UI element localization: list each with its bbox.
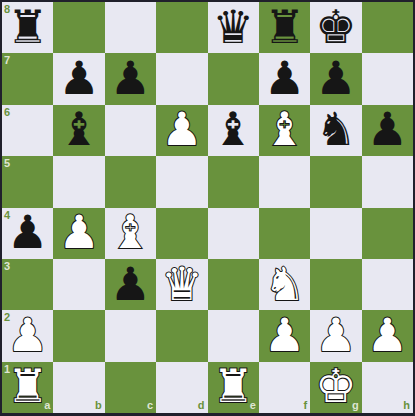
black-pawn-h6[interactable]: ♟ — [367, 106, 408, 152]
white-king-g1[interactable]: ♚ — [315, 363, 356, 409]
square-e8[interactable]: ♛ — [208, 2, 259, 53]
chess-board: 8♜♛♜♚7♟♟♟♟6♝♟♝♝♞♟54♟♟♝3♟♛♞2♟♟♟♟1a♜bcde♜f… — [2, 2, 413, 413]
square-h8[interactable] — [362, 2, 413, 53]
black-bishop-e6[interactable]: ♝ — [213, 106, 254, 152]
square-d4[interactable] — [156, 208, 207, 259]
square-h7[interactable] — [362, 53, 413, 104]
white-pawn-d6[interactable]: ♟ — [161, 106, 202, 152]
square-e3[interactable] — [208, 259, 259, 310]
square-h1[interactable]: h — [362, 362, 413, 413]
square-g4[interactable] — [310, 208, 361, 259]
square-b8[interactable] — [53, 2, 104, 53]
square-a8[interactable]: 8♜ — [2, 2, 53, 53]
file-label-b: b — [95, 400, 102, 411]
black-pawn-c7[interactable]: ♟ — [110, 55, 151, 101]
square-h6[interactable]: ♟ — [362, 105, 413, 156]
rank-label-6: 6 — [4, 107, 10, 118]
chess-board-frame: 8♜♛♜♚7♟♟♟♟6♝♟♝♝♞♟54♟♟♝3♟♛♞2♟♟♟♟1a♜bcde♜f… — [0, 0, 415, 416]
square-a1[interactable]: 1a♜ — [2, 362, 53, 413]
white-bishop-c4[interactable]: ♝ — [110, 209, 151, 255]
square-f1[interactable]: f — [259, 362, 310, 413]
square-e4[interactable] — [208, 208, 259, 259]
square-a2[interactable]: 2♟ — [2, 310, 53, 361]
square-b1[interactable]: b — [53, 362, 104, 413]
square-c7[interactable]: ♟ — [105, 53, 156, 104]
square-h5[interactable] — [362, 156, 413, 207]
square-d3[interactable]: ♛ — [156, 259, 207, 310]
square-d2[interactable] — [156, 310, 207, 361]
white-bishop-f6[interactable]: ♝ — [264, 106, 305, 152]
rank-label-3: 3 — [4, 261, 10, 272]
rank-label-7: 7 — [4, 55, 10, 66]
black-pawn-g7[interactable]: ♟ — [315, 55, 356, 101]
square-g3[interactable] — [310, 259, 361, 310]
square-c8[interactable] — [105, 2, 156, 53]
square-b2[interactable] — [53, 310, 104, 361]
white-pawn-g2[interactable]: ♟ — [315, 312, 356, 358]
square-b6[interactable]: ♝ — [53, 105, 104, 156]
white-rook-e1[interactable]: ♜ — [213, 363, 254, 409]
square-f4[interactable] — [259, 208, 310, 259]
square-b7[interactable]: ♟ — [53, 53, 104, 104]
black-rook-f8[interactable]: ♜ — [264, 4, 305, 50]
square-b4[interactable]: ♟ — [53, 208, 104, 259]
white-knight-f3[interactable]: ♞ — [264, 261, 305, 307]
square-h4[interactable] — [362, 208, 413, 259]
black-pawn-f7[interactable]: ♟ — [264, 55, 305, 101]
white-queen-d3[interactable]: ♛ — [161, 261, 202, 307]
black-bishop-b6[interactable]: ♝ — [58, 106, 99, 152]
square-g1[interactable]: g♚ — [310, 362, 361, 413]
square-f8[interactable]: ♜ — [259, 2, 310, 53]
square-d7[interactable] — [156, 53, 207, 104]
square-a3[interactable]: 3 — [2, 259, 53, 310]
black-pawn-b7[interactable]: ♟ — [58, 55, 99, 101]
square-f6[interactable]: ♝ — [259, 105, 310, 156]
square-d8[interactable] — [156, 2, 207, 53]
square-h3[interactable] — [362, 259, 413, 310]
square-e5[interactable] — [208, 156, 259, 207]
square-d5[interactable] — [156, 156, 207, 207]
square-d1[interactable]: d — [156, 362, 207, 413]
square-g5[interactable] — [310, 156, 361, 207]
file-label-f: f — [304, 400, 308, 411]
white-pawn-f2[interactable]: ♟ — [264, 312, 305, 358]
square-f5[interactable] — [259, 156, 310, 207]
black-knight-g6[interactable]: ♞ — [315, 106, 356, 152]
file-label-h: h — [403, 400, 410, 411]
square-e7[interactable] — [208, 53, 259, 104]
square-e2[interactable] — [208, 310, 259, 361]
square-g8[interactable]: ♚ — [310, 2, 361, 53]
square-c5[interactable] — [105, 156, 156, 207]
square-c4[interactable]: ♝ — [105, 208, 156, 259]
square-a4[interactable]: 4♟ — [2, 208, 53, 259]
square-g2[interactable]: ♟ — [310, 310, 361, 361]
square-e6[interactable]: ♝ — [208, 105, 259, 156]
square-a6[interactable]: 6 — [2, 105, 53, 156]
square-f3[interactable]: ♞ — [259, 259, 310, 310]
white-rook-a1[interactable]: ♜ — [7, 363, 48, 409]
square-b3[interactable] — [53, 259, 104, 310]
square-h2[interactable]: ♟ — [362, 310, 413, 361]
square-c3[interactable]: ♟ — [105, 259, 156, 310]
white-pawn-h2[interactable]: ♟ — [367, 312, 408, 358]
square-f2[interactable]: ♟ — [259, 310, 310, 361]
square-c1[interactable]: c — [105, 362, 156, 413]
file-label-d: d — [198, 400, 205, 411]
square-f7[interactable]: ♟ — [259, 53, 310, 104]
square-e1[interactable]: e♜ — [208, 362, 259, 413]
black-king-g8[interactable]: ♚ — [315, 4, 356, 50]
square-c6[interactable] — [105, 105, 156, 156]
black-pawn-a4[interactable]: ♟ — [7, 209, 48, 255]
square-a7[interactable]: 7 — [2, 53, 53, 104]
square-c2[interactable] — [105, 310, 156, 361]
black-pawn-c3[interactable]: ♟ — [110, 261, 151, 307]
square-b5[interactable] — [53, 156, 104, 207]
black-rook-a8[interactable]: ♜ — [7, 4, 48, 50]
square-a5[interactable]: 5 — [2, 156, 53, 207]
file-label-c: c — [147, 400, 153, 411]
square-g7[interactable]: ♟ — [310, 53, 361, 104]
white-pawn-b4[interactable]: ♟ — [58, 209, 99, 255]
white-pawn-a2[interactable]: ♟ — [7, 312, 48, 358]
rank-label-5: 5 — [4, 158, 10, 169]
black-queen-e8[interactable]: ♛ — [213, 4, 254, 50]
square-d6[interactable]: ♟ — [156, 105, 207, 156]
square-g6[interactable]: ♞ — [310, 105, 361, 156]
